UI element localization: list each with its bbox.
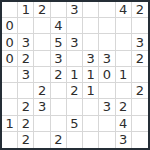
cell-r4c5[interactable] bbox=[67, 51, 83, 67]
cell-r1c1[interactable] bbox=[2, 2, 18, 18]
cell-r6c7[interactable] bbox=[99, 83, 115, 99]
cell-r2c1[interactable]: 0 bbox=[2, 18, 18, 34]
cell-r6c9[interactable]: 2 bbox=[132, 83, 148, 99]
cell-r1c3[interactable]: 2 bbox=[34, 2, 50, 18]
cell-r2c6[interactable] bbox=[83, 18, 99, 34]
cell-r6c4[interactable] bbox=[51, 83, 67, 99]
cell-r6c3[interactable]: 2 bbox=[34, 83, 50, 99]
cell-r3c8[interactable] bbox=[116, 34, 132, 50]
cell-r5c1[interactable] bbox=[2, 67, 18, 83]
cell-r7c5[interactable] bbox=[67, 99, 83, 115]
cell-r6c1[interactable] bbox=[2, 83, 18, 99]
cell-r4c8[interactable] bbox=[116, 51, 132, 67]
cell-r9c5[interactable] bbox=[67, 132, 83, 148]
cell-r1c2[interactable]: 1 bbox=[18, 2, 34, 18]
cell-r8c6[interactable] bbox=[83, 116, 99, 132]
cell-r4c7[interactable]: 3 bbox=[99, 51, 115, 67]
cell-r5c9[interactable] bbox=[132, 67, 148, 83]
cell-r2c2[interactable] bbox=[18, 18, 34, 34]
cell-r3c1[interactable]: 0 bbox=[2, 34, 18, 50]
cell-r1c9[interactable]: 2 bbox=[132, 2, 148, 18]
cell-r8c4[interactable] bbox=[51, 116, 67, 132]
cell-r4c4[interactable]: 3 bbox=[51, 51, 67, 67]
cell-r2c9[interactable] bbox=[132, 18, 148, 34]
cell-r1c6[interactable] bbox=[83, 2, 99, 18]
cell-r5c8[interactable]: 1 bbox=[116, 67, 132, 83]
cell-r6c5[interactable]: 2 bbox=[67, 83, 83, 99]
cell-r5c5[interactable]: 1 bbox=[67, 67, 83, 83]
cell-r4c6[interactable]: 3 bbox=[83, 51, 99, 67]
cell-r4c2[interactable]: 2 bbox=[18, 51, 34, 67]
cell-r3c5[interactable]: 3 bbox=[67, 34, 83, 50]
puzzle-board: 123420403533023332321101221223321254223 bbox=[0, 0, 150, 150]
cell-r4c9[interactable]: 2 bbox=[132, 51, 148, 67]
cell-r1c7[interactable] bbox=[99, 2, 115, 18]
cell-r7c2[interactable]: 2 bbox=[18, 99, 34, 115]
cell-r3c3[interactable] bbox=[34, 34, 50, 50]
cell-r9c1[interactable] bbox=[2, 132, 18, 148]
cell-r6c8[interactable] bbox=[116, 83, 132, 99]
cell-r8c5[interactable]: 5 bbox=[67, 116, 83, 132]
cell-r3c7[interactable] bbox=[99, 34, 115, 50]
cell-r7c7[interactable]: 3 bbox=[99, 99, 115, 115]
cell-r8c8[interactable]: 4 bbox=[116, 116, 132, 132]
cell-r3c6[interactable] bbox=[83, 34, 99, 50]
cell-r8c7[interactable] bbox=[99, 116, 115, 132]
cell-r8c2[interactable]: 2 bbox=[18, 116, 34, 132]
cell-r5c7[interactable]: 0 bbox=[99, 67, 115, 83]
cell-r7c9[interactable] bbox=[132, 99, 148, 115]
cell-r7c1[interactable] bbox=[2, 99, 18, 115]
cell-r2c5[interactable] bbox=[67, 18, 83, 34]
cell-r3c2[interactable]: 3 bbox=[18, 34, 34, 50]
cell-r6c6[interactable]: 1 bbox=[83, 83, 99, 99]
cell-r8c9[interactable] bbox=[132, 116, 148, 132]
cell-r5c4[interactable]: 2 bbox=[51, 67, 67, 83]
cell-r3c4[interactable]: 5 bbox=[51, 34, 67, 50]
cell-r9c3[interactable] bbox=[34, 132, 50, 148]
cell-r7c4[interactable] bbox=[51, 99, 67, 115]
cell-r3c9[interactable]: 3 bbox=[132, 34, 148, 50]
cell-r5c6[interactable]: 1 bbox=[83, 67, 99, 83]
cell-r5c3[interactable] bbox=[34, 67, 50, 83]
cell-r9c6[interactable] bbox=[83, 132, 99, 148]
cell-r4c1[interactable]: 0 bbox=[2, 51, 18, 67]
cell-r7c3[interactable]: 3 bbox=[34, 99, 50, 115]
cell-r1c5[interactable]: 3 bbox=[67, 2, 83, 18]
cell-r2c4[interactable]: 4 bbox=[51, 18, 67, 34]
cell-r7c6[interactable] bbox=[83, 99, 99, 115]
cell-r1c8[interactable]: 4 bbox=[116, 2, 132, 18]
cell-r4c3[interactable] bbox=[34, 51, 50, 67]
cell-r2c3[interactable] bbox=[34, 18, 50, 34]
cell-r6c2[interactable] bbox=[18, 83, 34, 99]
cell-r8c3[interactable] bbox=[34, 116, 50, 132]
cell-r8c1[interactable]: 1 bbox=[2, 116, 18, 132]
cell-r9c7[interactable] bbox=[99, 132, 115, 148]
cell-r2c8[interactable] bbox=[116, 18, 132, 34]
cell-r2c7[interactable] bbox=[99, 18, 115, 34]
cell-r9c8[interactable]: 3 bbox=[116, 132, 132, 148]
cell-r1c4[interactable] bbox=[51, 2, 67, 18]
cell-r7c8[interactable]: 2 bbox=[116, 99, 132, 115]
cell-r5c2[interactable]: 3 bbox=[18, 67, 34, 83]
cell-r9c4[interactable]: 2 bbox=[51, 132, 67, 148]
cell-r9c9[interactable] bbox=[132, 132, 148, 148]
cell-r9c2[interactable]: 2 bbox=[18, 132, 34, 148]
